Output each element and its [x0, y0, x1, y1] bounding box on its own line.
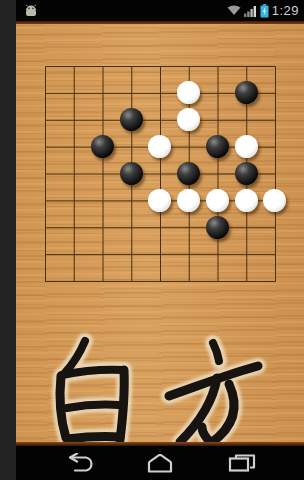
- board-top-edge: [16, 21, 304, 24]
- clock: 1:29: [272, 0, 299, 21]
- phone-screen: 1:29: [16, 0, 304, 480]
- calligraphy-white-side: [36, 316, 286, 451]
- white-stone: [148, 135, 171, 158]
- black-stone: [91, 135, 114, 158]
- white-stone: [206, 189, 229, 212]
- black-stone: [206, 216, 229, 239]
- back-button[interactable]: [59, 446, 103, 480]
- white-stone: [235, 135, 258, 158]
- recents-icon: [228, 454, 256, 473]
- battery-charging-icon: [260, 4, 269, 18]
- white-stone: [148, 189, 171, 212]
- black-stone: [120, 108, 143, 131]
- status-bar: 1:29: [16, 0, 304, 21]
- black-stone: [235, 81, 258, 104]
- home-button[interactable]: [138, 446, 182, 480]
- wifi-icon: [227, 5, 241, 16]
- black-stone: [120, 162, 143, 185]
- white-stone: [177, 189, 200, 212]
- navigation-bar: [16, 446, 304, 480]
- black-stone: [206, 135, 229, 158]
- black-stone: [235, 162, 258, 185]
- recents-button[interactable]: [220, 446, 264, 480]
- signal-icon: [244, 5, 257, 17]
- white-stone: [235, 189, 258, 212]
- white-stone: [177, 108, 200, 131]
- white-stone: [177, 81, 200, 104]
- android-debug-icon: [23, 4, 39, 17]
- home-icon: [146, 454, 174, 473]
- back-icon: [67, 453, 95, 473]
- wood-background: 白方: [16, 21, 304, 446]
- board[interactable]: [31, 53, 290, 295]
- white-stone: [263, 189, 286, 212]
- black-stone: [177, 162, 200, 185]
